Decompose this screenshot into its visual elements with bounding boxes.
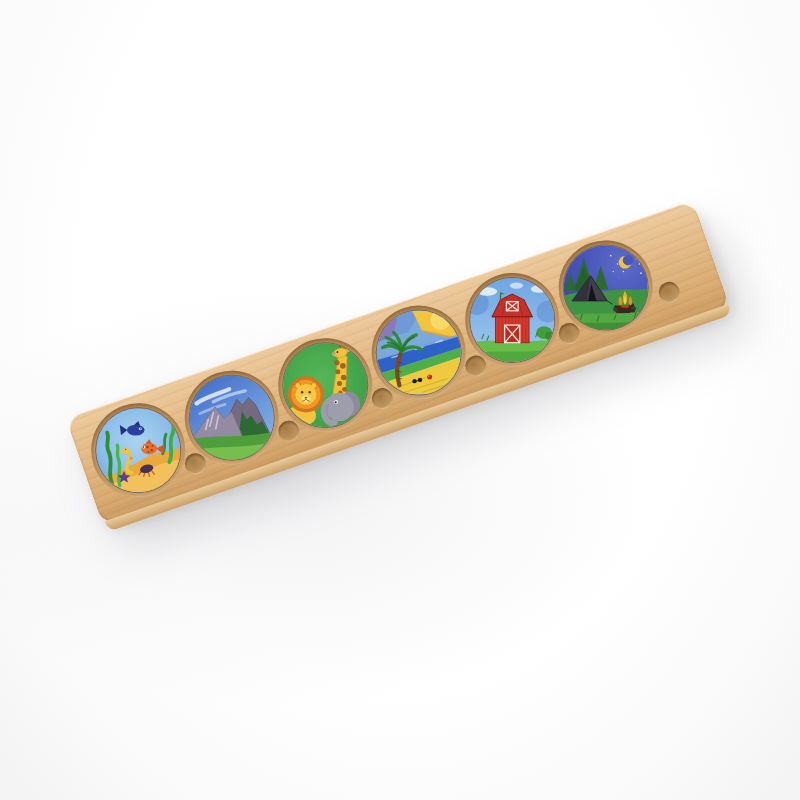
ocean-scene-art [96,408,180,492]
scene-disc-mountains[interactable] [189,375,275,461]
photo-background [0,0,800,800]
safari-scene-art [283,343,367,427]
mountains-scene-art [190,376,274,460]
scene-disc-safari[interactable] [282,342,368,428]
barn-scene-art [470,278,554,362]
beach-scene-art [377,311,461,395]
peg-hole-6[interactable] [656,279,683,306]
recess-ring-ocean [78,390,198,510]
camping-scene-art [564,245,648,329]
scene-disc-camping[interactable] [563,244,649,330]
wooden-board [66,200,731,526]
beach-ball-icon [427,374,432,379]
scene-disc-ocean[interactable] [95,407,181,493]
scene-disc-barn[interactable] [469,277,555,363]
scene-disc-beach[interactable] [376,310,462,396]
